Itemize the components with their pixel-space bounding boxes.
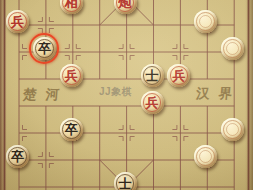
piece-black-pawn[interactable]: 卒 <box>60 118 83 141</box>
piece-red-cannon[interactable]: 炮 <box>114 0 137 14</box>
jj-xiangqi-watermark-logo: JJ象棋 <box>99 85 132 99</box>
piece-red-pawn[interactable]: 兵 <box>6 10 29 33</box>
piece-character: 卒 <box>60 118 83 141</box>
piece-black-advisor[interactable]: 士 <box>114 172 137 190</box>
piece-black-pawn[interactable]: 卒 <box>6 145 29 168</box>
piece-character: 士 <box>114 172 137 190</box>
xiangqi-board[interactable]: 楚河 JJ象棋 汉界 相炮兵卒兵士兵兵卒卒士 <box>0 0 253 190</box>
piece-character: 兵 <box>60 64 83 87</box>
piece-character: 相 <box>60 0 83 14</box>
river-label-chu-he: 楚河 <box>22 86 69 104</box>
piece-red-pawn[interactable]: 兵 <box>167 64 190 87</box>
piece-character: 炮 <box>114 0 137 14</box>
piece-character: 卒 <box>6 145 29 168</box>
piece-character: 士 <box>141 64 164 87</box>
piece-character: 兵 <box>167 64 190 87</box>
piece-character: 兵 <box>6 10 29 33</box>
piece-red-pawn[interactable]: 兵 <box>141 91 164 114</box>
piece-black-advisor[interactable]: 士 <box>141 64 164 87</box>
river-label-han-jie: 汉界 <box>195 85 242 103</box>
piece-character: 卒 <box>33 37 56 60</box>
piece-red-elephant[interactable]: 相 <box>60 0 83 14</box>
piece-red-pawn[interactable]: 兵 <box>60 64 83 87</box>
piece-character: 兵 <box>141 91 164 114</box>
piece-black-pawn[interactable]: 卒 <box>33 37 56 60</box>
